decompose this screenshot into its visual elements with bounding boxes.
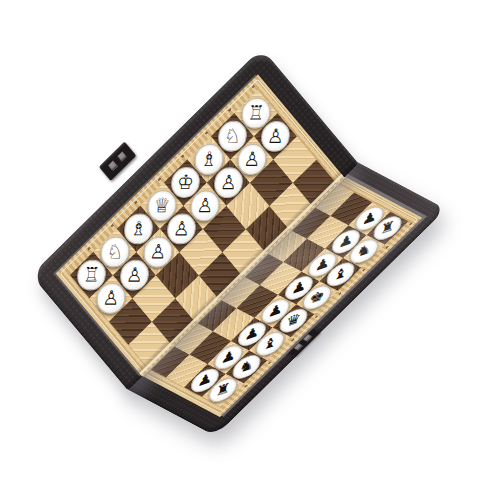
black-knight-icon: ♞ xyxy=(355,241,372,259)
latch-notch-icon xyxy=(303,334,312,341)
white-king-icon: ♔ xyxy=(177,172,195,192)
white-pawn-icon: ♙ xyxy=(220,172,238,192)
white-rook-icon: ♖ xyxy=(247,102,265,122)
black-bishop-icon: ♝ xyxy=(262,334,279,352)
black-king-icon: ♚ xyxy=(308,288,325,306)
black-pawn-icon: ♟ xyxy=(267,301,284,319)
latch-notch-icon xyxy=(108,161,118,172)
black-rook-icon: ♜ xyxy=(379,218,396,236)
black-pawn-icon: ♟ xyxy=(290,278,307,296)
white-pawn-icon: ♙ xyxy=(243,149,261,169)
latch-notch-icon xyxy=(294,343,303,350)
white-queen-icon: ♕ xyxy=(153,195,171,215)
black-pawn-icon: ♟ xyxy=(196,371,213,389)
black-queen-icon: ♛ xyxy=(285,311,302,329)
white-pawn-icon: ♙ xyxy=(149,241,167,261)
black-rook-icon: ♜ xyxy=(215,380,232,398)
white-knight-icon: ♘ xyxy=(106,241,124,261)
white-pawn-icon: ♙ xyxy=(126,264,144,284)
white-pawn-icon: ♙ xyxy=(196,195,214,215)
black-knight-icon: ♞ xyxy=(238,357,255,375)
white-rook-icon: ♖ xyxy=(83,264,101,284)
black-pawn-icon: ♟ xyxy=(361,209,378,227)
white-bishop-icon: ♗ xyxy=(200,148,218,168)
black-pawn-icon: ♟ xyxy=(243,324,260,342)
latch-notch-icon xyxy=(117,151,127,162)
black-pawn-icon: ♟ xyxy=(220,347,237,365)
white-bishop-icon: ♗ xyxy=(130,218,148,238)
black-pawn-icon: ♟ xyxy=(314,255,331,273)
white-pawn-icon: ♙ xyxy=(102,287,120,307)
white-pawn-icon: ♙ xyxy=(267,125,285,145)
black-pawn-icon: ♟ xyxy=(337,232,354,250)
white-pawn-icon: ♙ xyxy=(173,218,191,238)
pocket-chess-scene: ♟♟♟♟♟♟♟♟♜♞♝♛♚♝♞♜ ♖♘♗♕♔♗♘♖♙♙♙♙♙♙♙♙ xyxy=(0,0,480,480)
white-knight-icon: ♘ xyxy=(224,125,242,145)
black-bishop-icon: ♝ xyxy=(332,265,349,283)
case-latch-lid[interactable] xyxy=(99,142,136,181)
